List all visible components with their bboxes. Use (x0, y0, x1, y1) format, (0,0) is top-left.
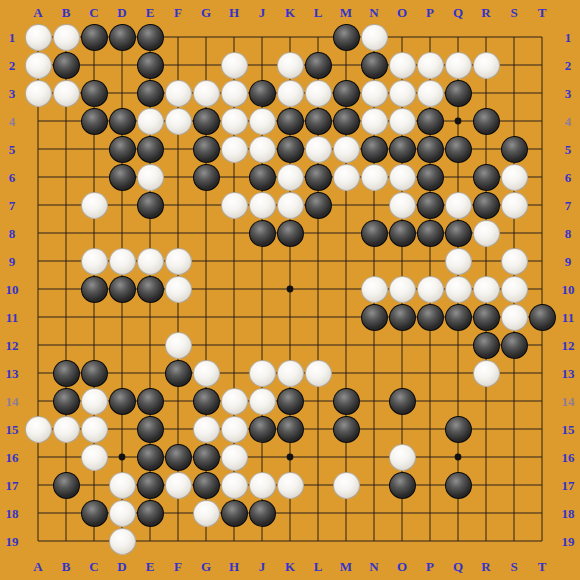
row-label-right-9: 9 (565, 255, 572, 268)
stone-black-O14[interactable] (389, 388, 416, 415)
stone-white-S6[interactable] (501, 164, 528, 191)
stone-black-M15[interactable] (333, 416, 360, 443)
stone-white-R13[interactable] (473, 360, 500, 387)
col-label-bottom-K: K (285, 560, 295, 573)
stone-white-D9[interactable] (109, 248, 136, 275)
stone-white-J7[interactable] (249, 192, 276, 219)
row-label-left-9: 9 (9, 255, 16, 268)
row-label-left-14: 14 (6, 395, 19, 408)
stone-white-H14[interactable] (221, 388, 248, 415)
row-label-left-10: 10 (6, 283, 19, 296)
row-label-left-6: 6 (9, 171, 16, 184)
row-label-right-13: 13 (562, 367, 575, 380)
stone-black-N8[interactable] (361, 220, 388, 247)
row-label-left-2: 2 (9, 59, 16, 72)
stone-white-O4[interactable] (389, 108, 416, 135)
stone-black-Q3[interactable] (445, 80, 472, 107)
col-label-top-E: E (146, 6, 155, 19)
stone-white-O10[interactable] (389, 276, 416, 303)
stone-black-J8[interactable] (249, 220, 276, 247)
stone-black-L6[interactable] (305, 164, 332, 191)
star-point (455, 454, 462, 461)
stone-black-C1[interactable] (81, 24, 108, 51)
stone-black-O8[interactable] (389, 220, 416, 247)
col-label-top-C: C (89, 6, 98, 19)
stone-black-D10[interactable] (109, 276, 136, 303)
row-label-right-5: 5 (565, 143, 572, 156)
col-label-bottom-P: P (426, 560, 434, 573)
stone-black-J6[interactable] (249, 164, 276, 191)
col-label-bottom-R: R (481, 560, 490, 573)
col-label-top-P: P (426, 6, 434, 19)
stone-white-A1[interactable] (25, 24, 52, 51)
stone-black-K8[interactable] (277, 220, 304, 247)
stone-white-N6[interactable] (361, 164, 388, 191)
row-label-left-13: 13 (6, 367, 19, 380)
stone-white-O6[interactable] (389, 164, 416, 191)
stone-white-O7[interactable] (389, 192, 416, 219)
stone-white-L13[interactable] (305, 360, 332, 387)
col-label-top-S: S (510, 6, 517, 19)
stone-white-H7[interactable] (221, 192, 248, 219)
col-label-top-T: T (538, 6, 547, 19)
stone-white-D17[interactable] (109, 472, 136, 499)
stone-white-J13[interactable] (249, 360, 276, 387)
stone-black-P5[interactable] (417, 136, 444, 163)
stone-white-D18[interactable] (109, 500, 136, 527)
star-point (287, 454, 294, 461)
stone-white-C16[interactable] (81, 444, 108, 471)
stone-white-F9[interactable] (165, 248, 192, 275)
stone-white-A3[interactable] (25, 80, 52, 107)
stone-black-K15[interactable] (277, 416, 304, 443)
stone-black-R11[interactable] (473, 304, 500, 331)
stone-white-N4[interactable] (361, 108, 388, 135)
stone-white-H5[interactable] (221, 136, 248, 163)
stone-white-M17[interactable] (333, 472, 360, 499)
row-label-right-17: 17 (562, 479, 575, 492)
col-label-top-K: K (285, 6, 295, 19)
stone-white-Q10[interactable] (445, 276, 472, 303)
stone-white-H2[interactable] (221, 52, 248, 79)
stone-black-G4[interactable] (193, 108, 220, 135)
stone-black-K4[interactable] (277, 108, 304, 135)
go-board: AABBCCDDEEFFGGHHJJKKLLMMNNOOPPQQRRSSTT11… (0, 0, 580, 580)
stone-black-J3[interactable] (249, 80, 276, 107)
stone-white-H17[interactable] (221, 472, 248, 499)
stone-black-R4[interactable] (473, 108, 500, 135)
stone-black-P6[interactable] (417, 164, 444, 191)
stone-black-G5[interactable] (193, 136, 220, 163)
stone-white-H3[interactable] (221, 80, 248, 107)
stone-white-C15[interactable] (81, 416, 108, 443)
stone-black-C18[interactable] (81, 500, 108, 527)
stone-white-K3[interactable] (277, 80, 304, 107)
col-label-top-R: R (481, 6, 490, 19)
stone-black-B14[interactable] (53, 388, 80, 415)
stone-black-Q17[interactable] (445, 472, 472, 499)
stone-white-R8[interactable] (473, 220, 500, 247)
row-label-left-16: 16 (6, 451, 19, 464)
stone-white-P3[interactable] (417, 80, 444, 107)
row-label-right-12: 12 (562, 339, 575, 352)
stone-black-N11[interactable] (361, 304, 388, 331)
col-label-bottom-L: L (314, 560, 323, 573)
stone-white-Q2[interactable] (445, 52, 472, 79)
stone-black-F16[interactable] (165, 444, 192, 471)
row-label-left-11: 11 (6, 311, 18, 324)
stone-white-H16[interactable] (221, 444, 248, 471)
stone-white-B3[interactable] (53, 80, 80, 107)
row-label-left-8: 8 (9, 227, 16, 240)
row-label-left-19: 19 (6, 535, 19, 548)
row-label-left-7: 7 (9, 199, 16, 212)
stone-black-D14[interactable] (109, 388, 136, 415)
col-label-bottom-N: N (369, 560, 378, 573)
stone-white-O16[interactable] (389, 444, 416, 471)
stone-white-N3[interactable] (361, 80, 388, 107)
row-label-left-12: 12 (6, 339, 19, 352)
stone-black-E5[interactable] (137, 136, 164, 163)
stone-black-R7[interactable] (473, 192, 500, 219)
stone-white-Q7[interactable] (445, 192, 472, 219)
stone-white-K13[interactable] (277, 360, 304, 387)
col-label-bottom-S: S (510, 560, 517, 573)
stone-black-Q5[interactable] (445, 136, 472, 163)
row-label-left-4: 4 (9, 115, 16, 128)
stone-black-R6[interactable] (473, 164, 500, 191)
stone-white-P10[interactable] (417, 276, 444, 303)
col-label-bottom-H: H (229, 560, 239, 573)
stone-black-L4[interactable] (305, 108, 332, 135)
stone-black-G14[interactable] (193, 388, 220, 415)
row-label-right-8: 8 (565, 227, 572, 240)
stone-black-G16[interactable] (193, 444, 220, 471)
stone-white-A15[interactable] (25, 416, 52, 443)
col-label-bottom-C: C (89, 560, 98, 573)
row-label-right-3: 3 (565, 87, 572, 100)
stone-black-S12[interactable] (501, 332, 528, 359)
col-label-top-O: O (397, 6, 407, 19)
stone-white-C9[interactable] (81, 248, 108, 275)
stone-white-G3[interactable] (193, 80, 220, 107)
stone-black-B17[interactable] (53, 472, 80, 499)
stone-white-K6[interactable] (277, 164, 304, 191)
row-label-right-14: 14 (562, 395, 575, 408)
star-point (455, 118, 462, 125)
stone-white-E4[interactable] (137, 108, 164, 135)
row-label-right-1: 1 (565, 31, 572, 44)
stone-white-O3[interactable] (389, 80, 416, 107)
col-label-top-F: F (174, 6, 182, 19)
stone-black-M4[interactable] (333, 108, 360, 135)
stone-black-M1[interactable] (333, 24, 360, 51)
stone-black-Q8[interactable] (445, 220, 472, 247)
stone-black-B13[interactable] (53, 360, 80, 387)
col-label-bottom-B: B (62, 560, 71, 573)
stone-black-D1[interactable] (109, 24, 136, 51)
stone-white-R2[interactable] (473, 52, 500, 79)
stone-white-M5[interactable] (333, 136, 360, 163)
stone-black-L7[interactable] (305, 192, 332, 219)
stone-white-E6[interactable] (137, 164, 164, 191)
col-label-bottom-M: M (340, 560, 352, 573)
stone-white-C14[interactable] (81, 388, 108, 415)
row-label-right-19: 19 (562, 535, 575, 548)
col-label-bottom-J: J (259, 560, 266, 573)
row-label-left-5: 5 (9, 143, 16, 156)
stone-white-F10[interactable] (165, 276, 192, 303)
row-label-right-18: 18 (562, 507, 575, 520)
stone-white-O2[interactable] (389, 52, 416, 79)
col-label-top-H: H (229, 6, 239, 19)
stone-white-K17[interactable] (277, 472, 304, 499)
col-label-top-B: B (62, 6, 71, 19)
row-label-right-11: 11 (562, 311, 574, 324)
col-label-top-J: J (259, 6, 266, 19)
col-label-top-Q: Q (453, 6, 463, 19)
stone-white-G13[interactable] (193, 360, 220, 387)
stone-white-L5[interactable] (305, 136, 332, 163)
row-label-left-18: 18 (6, 507, 19, 520)
stone-white-N10[interactable] (361, 276, 388, 303)
col-label-bottom-O: O (397, 560, 407, 573)
stone-white-D19[interactable] (109, 528, 136, 555)
row-label-right-6: 6 (565, 171, 572, 184)
stone-black-G17[interactable] (193, 472, 220, 499)
stone-white-H4[interactable] (221, 108, 248, 135)
row-label-left-1: 1 (9, 31, 16, 44)
stone-black-T11[interactable] (529, 304, 556, 331)
stone-white-M6[interactable] (333, 164, 360, 191)
stone-black-E1[interactable] (137, 24, 164, 51)
stone-black-M14[interactable] (333, 388, 360, 415)
stone-white-K7[interactable] (277, 192, 304, 219)
stone-black-B2[interactable] (53, 52, 80, 79)
stone-white-S11[interactable] (501, 304, 528, 331)
star-point (119, 454, 126, 461)
stone-black-N5[interactable] (361, 136, 388, 163)
stone-black-E3[interactable] (137, 80, 164, 107)
col-label-bottom-G: G (201, 560, 211, 573)
stone-black-D5[interactable] (109, 136, 136, 163)
stone-white-N1[interactable] (361, 24, 388, 51)
stone-white-Q9[interactable] (445, 248, 472, 275)
col-label-top-G: G (201, 6, 211, 19)
stone-white-H15[interactable] (221, 416, 248, 443)
row-label-left-3: 3 (9, 87, 16, 100)
stone-black-P7[interactable] (417, 192, 444, 219)
stone-white-C7[interactable] (81, 192, 108, 219)
stone-black-E7[interactable] (137, 192, 164, 219)
stone-black-C4[interactable] (81, 108, 108, 135)
stone-white-F12[interactable] (165, 332, 192, 359)
stone-white-S9[interactable] (501, 248, 528, 275)
stone-black-C13[interactable] (81, 360, 108, 387)
stone-black-R12[interactable] (473, 332, 500, 359)
col-label-top-M: M (340, 6, 352, 19)
stone-black-G6[interactable] (193, 164, 220, 191)
stone-black-P4[interactable] (417, 108, 444, 135)
stone-white-S10[interactable] (501, 276, 528, 303)
col-label-top-N: N (369, 6, 378, 19)
stone-white-J4[interactable] (249, 108, 276, 135)
stone-black-J15[interactable] (249, 416, 276, 443)
row-label-right-15: 15 (562, 423, 575, 436)
stone-black-H18[interactable] (221, 500, 248, 527)
stone-black-L2[interactable] (305, 52, 332, 79)
stone-black-O11[interactable] (389, 304, 416, 331)
stone-white-G15[interactable] (193, 416, 220, 443)
col-label-bottom-T: T (538, 560, 547, 573)
stone-white-F17[interactable] (165, 472, 192, 499)
row-label-right-2: 2 (565, 59, 572, 72)
stone-black-O17[interactable] (389, 472, 416, 499)
col-label-top-A: A (33, 6, 42, 19)
stone-black-O5[interactable] (389, 136, 416, 163)
col-label-top-D: D (117, 6, 126, 19)
stone-white-A2[interactable] (25, 52, 52, 79)
stone-black-C10[interactable] (81, 276, 108, 303)
col-label-bottom-F: F (174, 560, 182, 573)
stone-white-B1[interactable] (53, 24, 80, 51)
stone-black-P8[interactable] (417, 220, 444, 247)
star-point (287, 286, 294, 293)
stone-black-Q15[interactable] (445, 416, 472, 443)
stone-black-E14[interactable] (137, 388, 164, 415)
stone-black-P11[interactable] (417, 304, 444, 331)
stone-white-L3[interactable] (305, 80, 332, 107)
stone-white-G18[interactable] (193, 500, 220, 527)
stone-black-D6[interactable] (109, 164, 136, 191)
stone-black-Q11[interactable] (445, 304, 472, 331)
stone-black-E16[interactable] (137, 444, 164, 471)
col-label-top-L: L (314, 6, 323, 19)
stone-white-P2[interactable] (417, 52, 444, 79)
stone-black-E10[interactable] (137, 276, 164, 303)
col-label-bottom-Q: Q (453, 560, 463, 573)
row-label-right-10: 10 (562, 283, 575, 296)
row-label-right-4: 4 (565, 115, 572, 128)
stone-black-E18[interactable] (137, 500, 164, 527)
row-label-right-16: 16 (562, 451, 575, 464)
stone-black-K5[interactable] (277, 136, 304, 163)
stone-black-F13[interactable] (165, 360, 192, 387)
stone-white-J14[interactable] (249, 388, 276, 415)
col-label-bottom-D: D (117, 560, 126, 573)
col-label-bottom-A: A (33, 560, 42, 573)
col-label-bottom-E: E (146, 560, 155, 573)
stone-white-J17[interactable] (249, 472, 276, 499)
stone-white-F4[interactable] (165, 108, 192, 135)
stone-black-K14[interactable] (277, 388, 304, 415)
stone-white-J5[interactable] (249, 136, 276, 163)
row-label-left-17: 17 (6, 479, 19, 492)
stone-white-B15[interactable] (53, 416, 80, 443)
stone-black-E2[interactable] (137, 52, 164, 79)
stone-black-E17[interactable] (137, 472, 164, 499)
row-label-right-7: 7 (565, 199, 572, 212)
stone-black-D4[interactable] (109, 108, 136, 135)
row-label-left-15: 15 (6, 423, 19, 436)
stone-black-E15[interactable] (137, 416, 164, 443)
stone-white-F3[interactable] (165, 80, 192, 107)
stone-black-M3[interactable] (333, 80, 360, 107)
stone-black-C3[interactable] (81, 80, 108, 107)
stone-white-R10[interactable] (473, 276, 500, 303)
stone-white-E9[interactable] (137, 248, 164, 275)
stone-black-N2[interactable] (361, 52, 388, 79)
stone-black-S5[interactable] (501, 136, 528, 163)
stone-black-J18[interactable] (249, 500, 276, 527)
stone-white-K2[interactable] (277, 52, 304, 79)
stone-white-S7[interactable] (501, 192, 528, 219)
